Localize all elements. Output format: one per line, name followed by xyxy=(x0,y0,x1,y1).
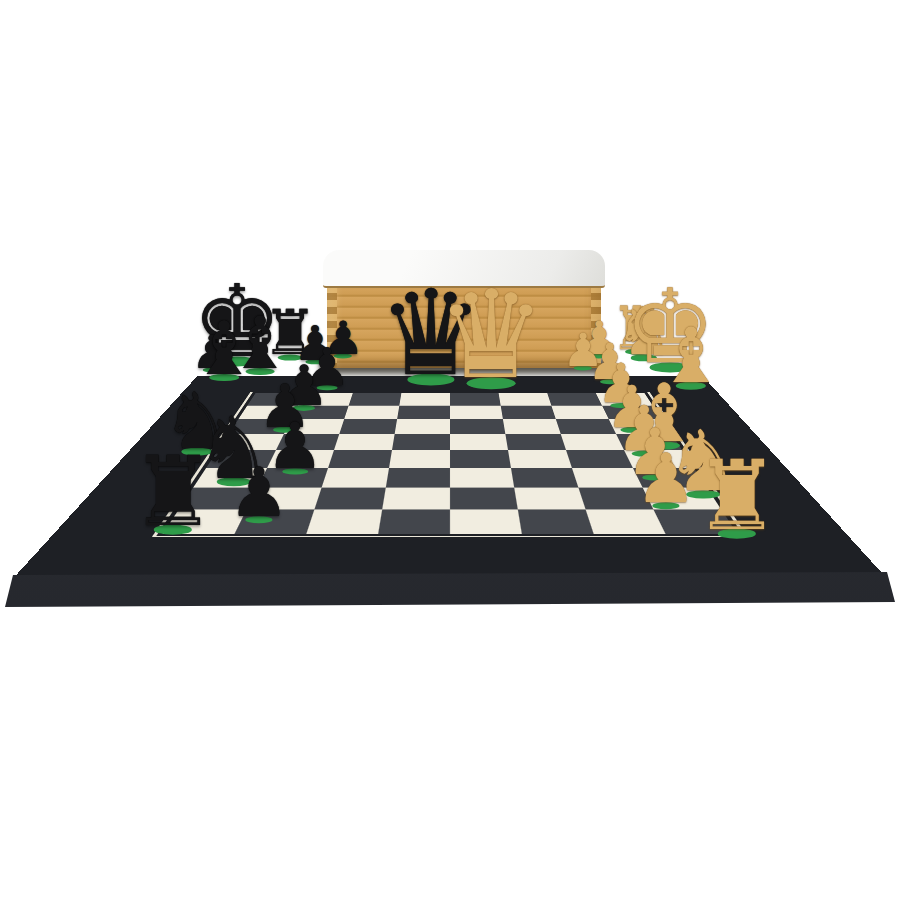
product-photo-scene: ♜♟♟♜♞♟♚♟♚♟♝♝♛♟♛♝♟♟♟♟♟♝♞♟♟♟♞♞♟♟♜♜ xyxy=(0,0,900,900)
square-f5[interactable] xyxy=(505,434,566,450)
white-queen-glyph: ♛ xyxy=(436,274,545,396)
square-c1[interactable] xyxy=(306,509,382,534)
square-e1[interactable] xyxy=(450,509,522,534)
square-c5[interactable] xyxy=(334,434,395,450)
square-c7[interactable] xyxy=(344,406,399,420)
square-d3[interactable] xyxy=(386,468,450,488)
square-d4[interactable] xyxy=(389,450,450,468)
square-d1[interactable] xyxy=(378,509,450,534)
square-e3[interactable] xyxy=(450,468,514,488)
square-c2[interactable] xyxy=(314,488,385,510)
square-f4[interactable] xyxy=(508,450,572,468)
square-e2[interactable] xyxy=(450,488,518,510)
black-pawn-glyph: ♟ xyxy=(229,459,290,527)
square-d6[interactable] xyxy=(395,419,450,434)
square-c6[interactable] xyxy=(339,419,397,434)
square-d5[interactable] xyxy=(392,434,450,450)
black-bishop-glyph: ♝ xyxy=(191,311,257,385)
square-f7[interactable] xyxy=(501,406,556,420)
square-c4[interactable] xyxy=(328,450,392,468)
square-f1[interactable] xyxy=(518,509,594,534)
square-d7[interactable] xyxy=(397,406,450,420)
black-rook-glyph: ♜ xyxy=(130,444,216,540)
square-e4[interactable] xyxy=(450,450,511,468)
square-f6[interactable] xyxy=(503,419,561,434)
square-e6[interactable] xyxy=(450,419,505,434)
white-rook-glyph: ♜ xyxy=(694,448,780,544)
square-e5[interactable] xyxy=(450,434,508,450)
white-pawn-glyph: ♟ xyxy=(636,445,697,513)
square-e7[interactable] xyxy=(450,406,503,420)
square-f3[interactable] xyxy=(511,468,578,488)
square-c3[interactable] xyxy=(322,468,389,488)
square-g8[interactable] xyxy=(547,393,602,405)
square-d2[interactable] xyxy=(382,488,450,510)
square-f2[interactable] xyxy=(514,488,585,510)
